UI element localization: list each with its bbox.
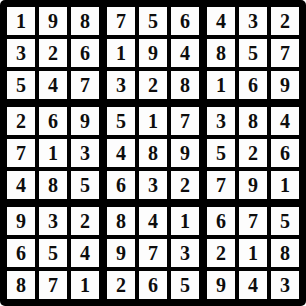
sudoku-cell-r8c3: 4 — [71, 239, 99, 267]
sudoku-box-6: 384526791 — [207, 107, 299, 199]
sudoku-cell-r4c2: 6 — [39, 107, 67, 135]
sudoku-cell-r6c9: 1 — [271, 171, 299, 199]
sudoku-cell-r2c1: 3 — [7, 39, 35, 67]
sudoku-cell-r6c8: 9 — [239, 171, 267, 199]
sudoku-cell-r3c7: 1 — [207, 71, 235, 99]
sudoku-cell-r4c7: 3 — [207, 107, 235, 135]
sudoku-cell-r5c5: 8 — [139, 139, 167, 167]
sudoku-cell-r2c8: 5 — [239, 39, 267, 67]
sudoku-cell-r6c1: 4 — [7, 171, 35, 199]
sudoku-cell-r9c1: 8 — [7, 271, 35, 299]
sudoku-cell-r9c4: 2 — [107, 271, 135, 299]
sudoku-cell-r1c9: 2 — [271, 7, 299, 35]
sudoku-cell-r5c8: 2 — [239, 139, 267, 167]
sudoku-cell-r6c3: 5 — [71, 171, 99, 199]
sudoku-cell-r7c6: 1 — [171, 207, 199, 235]
sudoku-cell-r2c2: 2 — [39, 39, 67, 67]
sudoku-cell-r1c7: 4 — [207, 7, 235, 35]
sudoku-cell-r6c2: 8 — [39, 171, 67, 199]
sudoku-cell-r6c6: 2 — [171, 171, 199, 199]
sudoku-cell-r6c4: 6 — [107, 171, 135, 199]
sudoku-cell-r9c8: 4 — [239, 271, 267, 299]
sudoku-box-4: 269713485 — [7, 107, 99, 199]
sudoku-box-2: 756194328 — [107, 7, 199, 99]
sudoku-cell-r1c2: 9 — [39, 7, 67, 35]
sudoku-cell-r4c6: 7 — [171, 107, 199, 135]
sudoku-cell-r1c8: 3 — [239, 7, 267, 35]
sudoku-cell-r8c8: 1 — [239, 239, 267, 267]
sudoku-cell-r3c3: 7 — [71, 71, 99, 99]
sudoku-cell-r4c3: 9 — [71, 107, 99, 135]
sudoku-cell-r5c2: 1 — [39, 139, 67, 167]
sudoku-cell-r5c4: 4 — [107, 139, 135, 167]
sudoku-cell-r6c7: 7 — [207, 171, 235, 199]
sudoku-cell-r9c6: 5 — [171, 271, 199, 299]
sudoku-box-8: 841973265 — [107, 207, 199, 299]
sudoku-cell-r7c7: 6 — [207, 207, 235, 235]
sudoku-box-3: 432857169 — [207, 7, 299, 99]
sudoku-cell-r8c4: 9 — [107, 239, 135, 267]
sudoku-cell-r1c1: 1 — [7, 7, 35, 35]
sudoku-cell-r1c3: 8 — [71, 7, 99, 35]
sudoku-cell-r2c4: 1 — [107, 39, 135, 67]
sudoku-cell-r3c1: 5 — [7, 71, 35, 99]
sudoku-cell-r1c6: 6 — [171, 7, 199, 35]
sudoku-cell-r9c3: 1 — [71, 271, 99, 299]
sudoku-cell-r1c5: 5 — [139, 7, 167, 35]
sudoku-cell-r5c1: 7 — [7, 139, 35, 167]
sudoku-cell-r2c5: 9 — [139, 39, 167, 67]
sudoku-cell-r5c9: 6 — [271, 139, 299, 167]
sudoku-cell-r8c2: 5 — [39, 239, 67, 267]
sudoku-cell-r9c7: 9 — [207, 271, 235, 299]
sudoku-box-7: 932654871 — [7, 207, 99, 299]
sudoku-box-9: 675218943 — [207, 207, 299, 299]
sudoku-cell-r7c4: 8 — [107, 207, 135, 235]
sudoku-cell-r9c9: 3 — [271, 271, 299, 299]
sudoku-board: 1983265477561943284328571692697134855174… — [0, 0, 306, 306]
sudoku-cell-r4c1: 2 — [7, 107, 35, 135]
sudoku-cell-r6c5: 3 — [139, 171, 167, 199]
sudoku-cell-r7c8: 7 — [239, 207, 267, 235]
sudoku-cell-r7c2: 3 — [39, 207, 67, 235]
sudoku-cell-r9c2: 7 — [39, 271, 67, 299]
sudoku-cell-r7c1: 9 — [7, 207, 35, 235]
sudoku-cell-r7c9: 5 — [271, 207, 299, 235]
sudoku-cell-r4c5: 1 — [139, 107, 167, 135]
sudoku-cell-r3c4: 3 — [107, 71, 135, 99]
sudoku-box-5: 517489632 — [107, 107, 199, 199]
sudoku-cell-r1c4: 7 — [107, 7, 135, 35]
sudoku-cell-r4c9: 4 — [271, 107, 299, 135]
sudoku-cell-r3c2: 4 — [39, 71, 67, 99]
sudoku-cell-r2c9: 7 — [271, 39, 299, 67]
sudoku-cell-r4c8: 8 — [239, 107, 267, 135]
sudoku-cell-r8c1: 6 — [7, 239, 35, 267]
sudoku-cell-r9c5: 6 — [139, 271, 167, 299]
sudoku-cell-r5c7: 5 — [207, 139, 235, 167]
sudoku-cell-r2c7: 8 — [207, 39, 235, 67]
sudoku-box-1: 198326547 — [7, 7, 99, 99]
sudoku-cell-r3c9: 9 — [271, 71, 299, 99]
sudoku-cell-r2c3: 6 — [71, 39, 99, 67]
sudoku-cell-r4c4: 5 — [107, 107, 135, 135]
sudoku-cell-r3c6: 8 — [171, 71, 199, 99]
sudoku-cell-r8c7: 2 — [207, 239, 235, 267]
sudoku-cell-r8c9: 8 — [271, 239, 299, 267]
sudoku-cell-r8c5: 7 — [139, 239, 167, 267]
sudoku-cell-r3c8: 6 — [239, 71, 267, 99]
sudoku-cell-r3c5: 2 — [139, 71, 167, 99]
sudoku-cell-r8c6: 3 — [171, 239, 199, 267]
sudoku-cell-r7c5: 4 — [139, 207, 167, 235]
sudoku-cell-r7c3: 2 — [71, 207, 99, 235]
sudoku-cell-r5c6: 9 — [171, 139, 199, 167]
sudoku-cell-r2c6: 4 — [171, 39, 199, 67]
sudoku-cell-r5c3: 3 — [71, 139, 99, 167]
